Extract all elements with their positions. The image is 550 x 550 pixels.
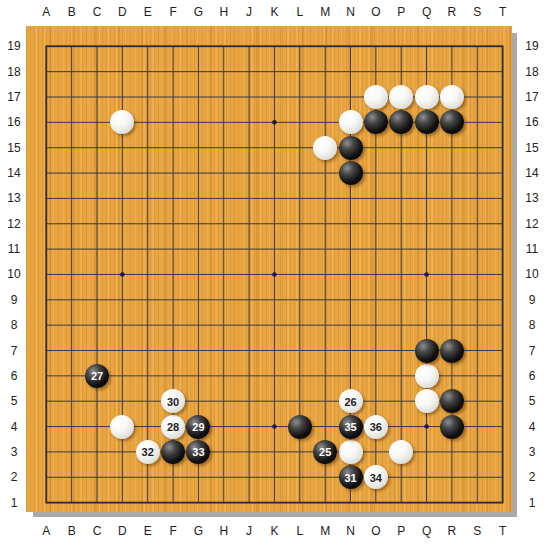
stone-black[interactable] [440,415,464,439]
stone-black[interactable] [161,440,185,464]
column-label-bottom: G [194,524,203,538]
stone-white[interactable]: 34 [364,465,388,489]
stone-black[interactable] [440,110,464,134]
move-number: 31 [344,472,356,483]
stone-white[interactable]: 36 [364,415,388,439]
row-label-left: 13 [7,191,20,205]
row-label-right: 19 [525,39,538,53]
column-label-bottom: H [219,524,228,538]
stone-black[interactable]: 35 [339,415,363,439]
row-label-right: 16 [525,115,538,129]
row-label-right: 2 [529,470,536,484]
column-label-top: K [270,5,278,19]
row-label-right: 18 [525,65,538,79]
move-number: 33 [192,447,204,458]
column-label-top: G [194,5,203,19]
stone-white[interactable]: 28 [161,415,185,439]
stone-black[interactable] [339,161,363,185]
stone-black[interactable]: 31 [339,465,363,489]
row-label-left: 6 [11,369,18,383]
row-label-right: 17 [525,90,538,104]
column-label-bottom: O [371,524,380,538]
column-label-top: L [296,5,303,19]
column-label-top: N [346,5,355,19]
row-label-left: 12 [7,217,20,231]
stone-black[interactable] [288,415,312,439]
column-label-bottom: L [296,524,303,538]
column-label-top: M [320,5,330,19]
stone-white[interactable] [415,364,439,388]
stone-white[interactable] [440,85,464,109]
column-label-top: E [144,5,152,19]
stone-white[interactable] [339,440,363,464]
column-label-top: Q [422,5,431,19]
stone-white[interactable]: 32 [136,440,160,464]
row-label-left: 11 [8,242,20,256]
row-label-right: 1 [529,496,536,510]
stone-black[interactable] [415,339,439,363]
stones-layer: 252627282930313233343536 [0,0,550,550]
stone-black[interactable]: 25 [313,440,337,464]
column-label-top: F [169,5,176,19]
column-label-top: H [219,5,228,19]
stone-white[interactable]: 26 [339,389,363,413]
row-label-right: 12 [525,217,538,231]
column-label-bottom: C [93,524,102,538]
row-label-right: 5 [529,394,536,408]
stone-white[interactable] [389,440,413,464]
stone-white[interactable] [415,85,439,109]
column-label-bottom: J [246,524,252,538]
row-label-left: 9 [11,293,18,307]
stone-white[interactable] [339,110,363,134]
stone-black[interactable] [339,136,363,160]
row-label-left: 5 [11,394,18,408]
move-number: 34 [370,472,382,483]
move-number: 25 [319,447,331,458]
move-number: 30 [167,396,179,407]
stone-white[interactable] [415,389,439,413]
column-label-bottom: E [144,524,152,538]
column-label-top: R [448,5,457,19]
stone-black[interactable]: 33 [186,440,210,464]
row-label-left: 16 [7,115,20,129]
row-label-left: 17 [7,90,20,104]
column-label-bottom: S [473,524,481,538]
row-label-left: 15 [7,141,20,155]
stone-white[interactable] [110,110,134,134]
row-label-left: 10 [7,267,20,281]
column-label-top: D [118,5,127,19]
row-label-right: 7 [529,344,536,358]
stone-black[interactable] [389,110,413,134]
stone-white[interactable] [313,136,337,160]
stone-white[interactable]: 30 [161,389,185,413]
move-number: 27 [91,371,103,382]
row-label-right: 3 [529,445,536,459]
stone-white[interactable] [389,85,413,109]
column-label-bottom: A [42,524,50,538]
stone-black[interactable]: 29 [186,415,210,439]
row-label-left: 8 [11,318,18,332]
column-label-top: A [42,5,50,19]
column-label-top: P [397,5,405,19]
stone-white[interactable] [364,85,388,109]
row-label-left: 1 [11,496,18,510]
row-label-right: 4 [529,420,536,434]
column-label-top: C [93,5,102,19]
column-label-bottom: R [448,524,457,538]
column-label-bottom: F [169,524,176,538]
move-number: 35 [344,422,356,433]
column-label-bottom: T [499,524,506,538]
column-label-bottom: K [270,524,278,538]
column-label-top: T [499,5,506,19]
stone-black[interactable] [440,389,464,413]
row-label-right: 6 [529,369,536,383]
row-label-left: 3 [11,445,18,459]
row-label-left: 14 [7,166,20,180]
row-label-right: 14 [525,166,538,180]
row-label-left: 19 [7,39,20,53]
move-number: 26 [344,396,356,407]
move-number: 28 [167,422,179,433]
stone-black[interactable]: 27 [85,364,109,388]
move-number: 29 [192,422,204,433]
move-number: 32 [142,447,154,458]
row-label-left: 7 [11,344,18,358]
row-label-right: 9 [529,293,536,307]
column-label-bottom: P [397,524,405,538]
row-label-right: 10 [525,267,538,281]
column-label-top: S [473,5,481,19]
column-label-top: B [68,5,76,19]
row-label-left: 18 [7,65,20,79]
row-label-left: 4 [11,420,18,434]
row-label-left: 2 [11,470,18,484]
row-label-right: 11 [526,242,538,256]
row-label-right: 13 [525,191,538,205]
move-number: 36 [370,422,382,433]
stone-black[interactable] [364,110,388,134]
stone-black[interactable] [415,110,439,134]
column-label-bottom: D [118,524,127,538]
go-diagram-page: 252627282930313233343536 AABBCCDDEEFFGGH… [0,0,550,550]
row-label-right: 15 [525,141,538,155]
column-label-bottom: Q [422,524,431,538]
stone-white[interactable] [110,415,134,439]
column-label-bottom: B [68,524,76,538]
row-label-right: 8 [529,318,536,332]
stone-black[interactable] [440,339,464,363]
column-label-bottom: N [346,524,355,538]
column-label-top: J [246,5,252,19]
column-label-bottom: M [320,524,330,538]
column-label-top: O [371,5,380,19]
